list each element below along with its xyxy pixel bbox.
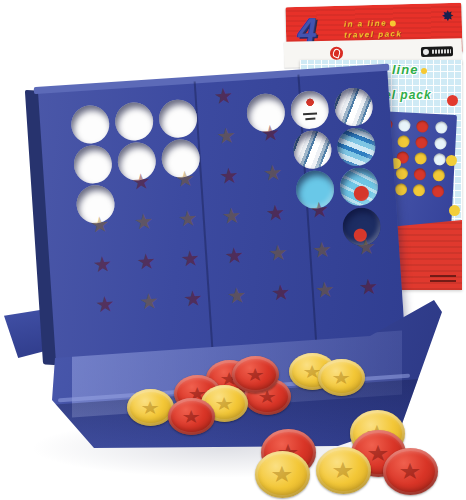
product-photo-stage: 4 in a line travel pack ✸ ✦ line el pack	[0, 0, 466, 500]
yellow-disc	[255, 451, 310, 498]
red-disc	[383, 448, 438, 495]
loose-discs-layer	[0, 0, 466, 500]
yellow-disc	[316, 447, 371, 494]
